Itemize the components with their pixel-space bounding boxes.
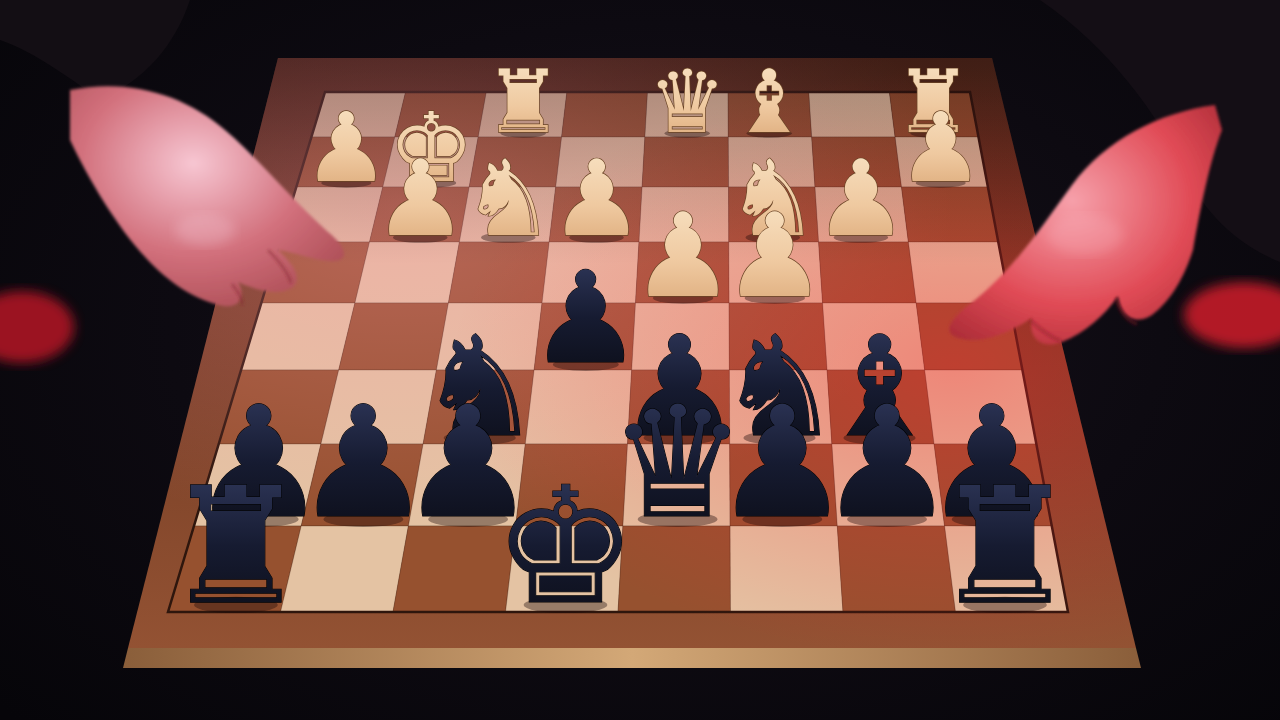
piece-white-pawn-a2[interactable]: ♟	[898, 92, 984, 204]
piece-white-queen-d1[interactable]: ♛	[648, 51, 726, 153]
piece-black-rook-h8[interactable]: ♜	[164, 453, 308, 640]
piece-black-rook-a8[interactable]: ♜	[933, 453, 1077, 640]
chess-photo-scene: { "game": "chess", "scene": { "descripti…	[0, 0, 1280, 720]
table-red-glow-left	[0, 291, 74, 363]
chessboard-photo: ♜♛♝♜♟♚♟♟♞♟♞♟♟♟♟♞♟♞♝♟♟♟♛♟♟♟♜♚♜	[0, 0, 1280, 720]
piece-white-pawn-c4[interactable]: ♟	[723, 188, 827, 323]
piece-black-king-e8[interactable]: ♚	[493, 453, 637, 640]
piece-white-pawn-e3[interactable]: ♟	[549, 138, 643, 260]
left-sleeve	[0, 0, 190, 100]
board-rim	[123, 648, 1141, 668]
piece-white-pawn-g3[interactable]: ♟	[373, 138, 467, 260]
piece-white-knight-f3[interactable]: ♞	[461, 138, 555, 260]
piece-white-pawn-d4[interactable]: ♟	[631, 188, 735, 323]
piece-white-pawn-b3[interactable]: ♟	[814, 138, 908, 260]
piece-white-bishop-c1[interactable]: ♝	[730, 51, 808, 153]
table-red-glow-right	[1184, 282, 1280, 348]
piece-white-rook-f1[interactable]: ♜	[484, 51, 562, 153]
